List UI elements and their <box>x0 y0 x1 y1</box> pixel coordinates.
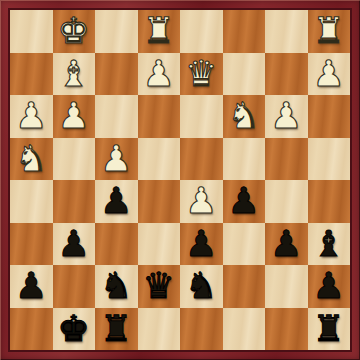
square-e2[interactable]: ♞ <box>180 265 223 308</box>
square-d8[interactable]: ♜ <box>138 10 181 53</box>
square-c4[interactable]: ♟ <box>95 180 138 223</box>
square-h6[interactable] <box>308 95 351 138</box>
white-king[interactable]: ♚ <box>53 10 96 53</box>
square-b2[interactable] <box>53 265 96 308</box>
square-f5[interactable] <box>223 138 266 181</box>
square-b5[interactable] <box>53 138 96 181</box>
square-h1[interactable]: ♜ <box>308 308 351 351</box>
square-h2[interactable]: ♟ <box>308 265 351 308</box>
black-rook[interactable]: ♜ <box>308 308 351 351</box>
square-f3[interactable] <box>223 223 266 266</box>
square-g7[interactable] <box>265 53 308 96</box>
square-e4[interactable]: ♟ <box>180 180 223 223</box>
board-frame: ♚♜♜♝♟♛♟♟♟♞♟♞♟♟♟♟♟♟♟♝♟♞♛♞♟♚♜♜ <box>0 0 360 360</box>
square-d2[interactable]: ♛ <box>138 265 181 308</box>
square-f2[interactable] <box>223 265 266 308</box>
white-pawn[interactable]: ♟ <box>10 95 53 138</box>
square-b6[interactable]: ♟ <box>53 95 96 138</box>
square-d5[interactable] <box>138 138 181 181</box>
square-g8[interactable] <box>265 10 308 53</box>
square-b8[interactable]: ♚ <box>53 10 96 53</box>
square-a2[interactable]: ♟ <box>10 265 53 308</box>
square-b1[interactable]: ♚ <box>53 308 96 351</box>
square-g5[interactable] <box>265 138 308 181</box>
square-a6[interactable]: ♟ <box>10 95 53 138</box>
square-f1[interactable] <box>223 308 266 351</box>
square-a7[interactable] <box>10 53 53 96</box>
black-bishop[interactable]: ♝ <box>308 223 351 266</box>
white-pawn[interactable]: ♟ <box>95 138 138 181</box>
white-rook[interactable]: ♜ <box>138 10 181 53</box>
white-pawn[interactable]: ♟ <box>265 95 308 138</box>
square-a1[interactable] <box>10 308 53 351</box>
square-a4[interactable] <box>10 180 53 223</box>
square-e6[interactable] <box>180 95 223 138</box>
black-knight[interactable]: ♞ <box>180 265 223 308</box>
white-pawn[interactable]: ♟ <box>53 95 96 138</box>
black-king[interactable]: ♚ <box>53 308 96 351</box>
black-pawn[interactable]: ♟ <box>308 265 351 308</box>
white-pawn[interactable]: ♟ <box>180 180 223 223</box>
chess-board: ♚♜♜♝♟♛♟♟♟♞♟♞♟♟♟♟♟♟♟♝♟♞♛♞♟♚♜♜ <box>10 10 350 350</box>
square-d4[interactable] <box>138 180 181 223</box>
black-pawn[interactable]: ♟ <box>95 180 138 223</box>
white-knight[interactable]: ♞ <box>10 138 53 181</box>
square-g2[interactable] <box>265 265 308 308</box>
square-a5[interactable]: ♞ <box>10 138 53 181</box>
square-h8[interactable]: ♜ <box>308 10 351 53</box>
square-a8[interactable] <box>10 10 53 53</box>
square-e3[interactable]: ♟ <box>180 223 223 266</box>
square-c2[interactable]: ♞ <box>95 265 138 308</box>
square-c8[interactable] <box>95 10 138 53</box>
square-c7[interactable] <box>95 53 138 96</box>
square-e1[interactable] <box>180 308 223 351</box>
square-c6[interactable] <box>95 95 138 138</box>
square-a3[interactable] <box>10 223 53 266</box>
square-c5[interactable]: ♟ <box>95 138 138 181</box>
square-h7[interactable]: ♟ <box>308 53 351 96</box>
square-e8[interactable] <box>180 10 223 53</box>
square-f4[interactable]: ♟ <box>223 180 266 223</box>
square-b7[interactable]: ♝ <box>53 53 96 96</box>
square-f8[interactable] <box>223 10 266 53</box>
square-d1[interactable] <box>138 308 181 351</box>
square-d6[interactable] <box>138 95 181 138</box>
square-f6[interactable]: ♞ <box>223 95 266 138</box>
black-pawn[interactable]: ♟ <box>265 223 308 266</box>
square-f7[interactable] <box>223 53 266 96</box>
white-queen[interactable]: ♛ <box>180 53 223 96</box>
square-b4[interactable] <box>53 180 96 223</box>
black-pawn[interactable]: ♟ <box>180 223 223 266</box>
black-pawn[interactable]: ♟ <box>223 180 266 223</box>
square-c3[interactable] <box>95 223 138 266</box>
black-pawn[interactable]: ♟ <box>10 265 53 308</box>
square-b3[interactable]: ♟ <box>53 223 96 266</box>
square-h3[interactable]: ♝ <box>308 223 351 266</box>
white-bishop[interactable]: ♝ <box>53 53 96 96</box>
white-pawn[interactable]: ♟ <box>138 53 181 96</box>
square-d7[interactable]: ♟ <box>138 53 181 96</box>
square-g3[interactable]: ♟ <box>265 223 308 266</box>
square-h5[interactable] <box>308 138 351 181</box>
square-e5[interactable] <box>180 138 223 181</box>
square-h4[interactable] <box>308 180 351 223</box>
square-d3[interactable] <box>138 223 181 266</box>
white-pawn[interactable]: ♟ <box>308 53 351 96</box>
black-queen[interactable]: ♛ <box>138 265 181 308</box>
white-knight[interactable]: ♞ <box>223 95 266 138</box>
black-pawn[interactable]: ♟ <box>53 223 96 266</box>
black-rook[interactable]: ♜ <box>95 308 138 351</box>
square-g4[interactable] <box>265 180 308 223</box>
white-rook[interactable]: ♜ <box>308 10 351 53</box>
square-g6[interactable]: ♟ <box>265 95 308 138</box>
black-knight[interactable]: ♞ <box>95 265 138 308</box>
square-g1[interactable] <box>265 308 308 351</box>
square-c1[interactable]: ♜ <box>95 308 138 351</box>
square-e7[interactable]: ♛ <box>180 53 223 96</box>
